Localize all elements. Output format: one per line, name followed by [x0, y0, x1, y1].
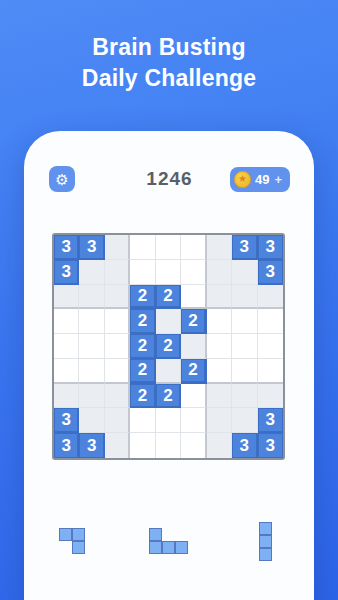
board-cell-r1c6[interactable] [207, 260, 232, 285]
board-cell-r2c8[interactable] [258, 285, 283, 310]
board-cell-r4c6[interactable] [207, 334, 232, 359]
piece-block [72, 541, 85, 554]
piece-block [259, 548, 272, 561]
board-cell-r7c2[interactable] [105, 408, 130, 433]
board-cell-r3c6[interactable] [207, 309, 232, 334]
piece-block [162, 541, 175, 554]
game-card: ⚙ 1246 ★ 49 + 3333332222222222333333 [24, 131, 314, 600]
corner-piece-slot [24, 528, 120, 554]
board-cell-r1c3[interactable] [130, 260, 155, 285]
board-cell-r5c3[interactable]: 2 [130, 359, 155, 384]
board-cell-r8c5[interactable] [181, 433, 206, 458]
board-cell-r0c6[interactable] [207, 235, 232, 260]
coins-button[interactable]: ★ 49 + [230, 167, 290, 192]
board-cell-r1c5[interactable] [181, 260, 206, 285]
board-cell-r6c8[interactable] [258, 384, 283, 409]
board-cell-r6c4[interactable]: 2 [156, 384, 181, 409]
piece-block [259, 535, 272, 548]
board-cell-r5c8[interactable] [258, 359, 283, 384]
board-cell-r7c4[interactable] [156, 408, 181, 433]
board-cell-r2c5[interactable] [181, 285, 206, 310]
board-cell-r3c0[interactable] [54, 309, 79, 334]
piece-empty [162, 528, 175, 541]
board-cell-r0c2[interactable] [105, 235, 130, 260]
board-cell-r2c7[interactable] [232, 285, 257, 310]
board-cell-r6c1[interactable] [79, 384, 104, 409]
board-cell-r8c8[interactable]: 3 [258, 433, 283, 458]
board-cell-r7c1[interactable] [79, 408, 104, 433]
board-cell-r0c7[interactable]: 3 [232, 235, 257, 260]
board-cell-r0c1[interactable]: 3 [79, 235, 104, 260]
board-cell-r1c0[interactable]: 3 [54, 260, 79, 285]
board-cell-r5c1[interactable] [79, 359, 104, 384]
board-cell-r7c3[interactable] [130, 408, 155, 433]
board-cell-r7c6[interactable] [207, 408, 232, 433]
board-cell-r0c3[interactable] [130, 235, 155, 260]
piece-tray [24, 501, 314, 581]
board-cell-r1c8[interactable]: 3 [258, 260, 283, 285]
board-cell-r8c2[interactable] [105, 433, 130, 458]
board-cell-r7c8[interactable]: 3 [258, 408, 283, 433]
board-cell-r6c3[interactable]: 2 [130, 384, 155, 409]
piece-block [72, 528, 85, 541]
board-cell-r4c4[interactable]: 2 [156, 334, 181, 359]
board-cell-r2c1[interactable] [79, 285, 104, 310]
hud-bar: ⚙ 1246 ★ 49 + [49, 166, 290, 192]
piece-block [149, 541, 162, 554]
board-cell-r8c1[interactable]: 3 [79, 433, 104, 458]
piece-block [149, 528, 162, 541]
i-piece-vertical[interactable] [259, 522, 272, 561]
board-cell-r4c3[interactable]: 2 [130, 334, 155, 359]
board-cell-r1c1[interactable] [79, 260, 104, 285]
board-cell-r0c0[interactable]: 3 [54, 235, 79, 260]
board-cell-r2c3[interactable]: 2 [130, 285, 155, 310]
page-title: Brain Busting Daily Challenge [0, 32, 338, 94]
board-cell-r2c6[interactable] [207, 285, 232, 310]
i-piece-vertical-slot [218, 522, 314, 561]
board-cell-r3c3[interactable]: 2 [130, 309, 155, 334]
star-icon: ★ [238, 174, 247, 184]
board-cell-r4c8[interactable] [258, 334, 283, 359]
coin-icon: ★ [234, 171, 251, 188]
board-cell-r1c7[interactable] [232, 260, 257, 285]
title-line-2: Daily Challenge [0, 63, 338, 94]
board-cell-r5c4[interactable] [156, 359, 181, 384]
board-cell-r4c2[interactable] [105, 334, 130, 359]
board-cell-r3c8[interactable] [258, 309, 283, 334]
board-cell-r6c7[interactable] [232, 384, 257, 409]
board-cell-r3c5[interactable]: 2 [181, 309, 206, 334]
board-cell-r8c6[interactable] [207, 433, 232, 458]
l-piece-slot [121, 528, 217, 554]
board-cell-r5c6[interactable] [207, 359, 232, 384]
board-cell-r2c4[interactable]: 2 [156, 285, 181, 310]
coin-count: 49 [255, 172, 269, 187]
board-cell-r6c2[interactable] [105, 384, 130, 409]
board-cell-r1c2[interactable] [105, 260, 130, 285]
piece-block [175, 541, 188, 554]
settings-button[interactable]: ⚙ [49, 166, 75, 192]
board-cell-r8c7[interactable]: 3 [232, 433, 257, 458]
corner-piece[interactable] [59, 528, 85, 554]
gear-icon: ⚙ [55, 172, 68, 187]
title-line-1: Brain Busting [0, 32, 338, 63]
board-cell-r3c2[interactable] [105, 309, 130, 334]
piece-block [59, 528, 72, 541]
board-cell-r6c0[interactable] [54, 384, 79, 409]
board-cell-r7c5[interactable] [181, 408, 206, 433]
piece-empty [59, 541, 72, 554]
board-cell-r3c4[interactable] [156, 309, 181, 334]
board-cell-r4c0[interactable] [54, 334, 79, 359]
board-cell-r7c0[interactable]: 3 [54, 408, 79, 433]
board-cell-r5c0[interactable] [54, 359, 79, 384]
board-cell-r7c7[interactable] [232, 408, 257, 433]
board-cell-r0c4[interactable] [156, 235, 181, 260]
board-cell-r4c5[interactable] [181, 334, 206, 359]
board-cell-r8c0[interactable]: 3 [54, 433, 79, 458]
board-cell-r6c5[interactable] [181, 384, 206, 409]
board-cell-r0c8[interactable]: 3 [258, 235, 283, 260]
board-cell-r8c3[interactable] [130, 433, 155, 458]
board-cell-r5c7[interactable] [232, 359, 257, 384]
board-cell-r2c0[interactable] [54, 285, 79, 310]
board-cell-r3c7[interactable] [232, 309, 257, 334]
puzzle-board[interactable]: 3333332222222222333333 [52, 233, 285, 460]
board-cell-r0c5[interactable] [181, 235, 206, 260]
board-cell-r8c4[interactable] [156, 433, 181, 458]
board-cell-r4c1[interactable] [79, 334, 104, 359]
board-cell-r2c2[interactable] [105, 285, 130, 310]
board-cell-r5c2[interactable] [105, 359, 130, 384]
score-value: 1246 [146, 168, 192, 190]
board-cell-r3c1[interactable] [79, 309, 104, 334]
app-background: Brain Busting Daily Challenge ⚙ 1246 ★ 4… [0, 0, 338, 600]
piece-empty [175, 528, 188, 541]
plus-icon: + [274, 172, 282, 187]
piece-block [259, 522, 272, 535]
board-cell-r1c4[interactable] [156, 260, 181, 285]
board-cell-r4c7[interactable] [232, 334, 257, 359]
board-cell-r5c5[interactable]: 2 [181, 359, 206, 384]
l-piece[interactable] [149, 528, 188, 554]
board-cell-r6c6[interactable] [207, 384, 232, 409]
